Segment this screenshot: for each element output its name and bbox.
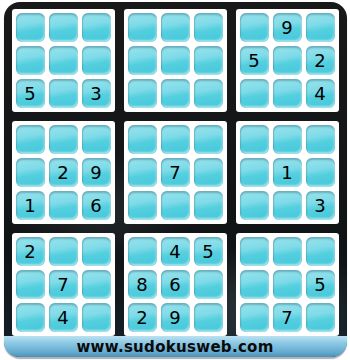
sudoku-cell-r2c6[interactable] — [194, 46, 223, 75]
sudoku-cell-r8c7[interactable] — [240, 270, 269, 299]
footer-banner: www.sudokusweb.com — [4, 336, 347, 357]
sudoku-cell-r1c2[interactable] — [49, 13, 78, 42]
sudoku-cell-r7c6[interactable]: 5 — [194, 237, 223, 266]
sudoku-cell-r4c2[interactable] — [49, 125, 78, 154]
sudoku-cell-r9c3[interactable] — [82, 303, 111, 332]
sudoku-cell-r3c7[interactable] — [240, 79, 269, 108]
sudoku-cell-r5c1[interactable] — [16, 158, 45, 187]
sudoku-cell-r6c9[interactable]: 3 — [306, 191, 335, 220]
sudoku-cell-r3c1[interactable]: 5 — [16, 79, 45, 108]
sudoku-cell-r7c3[interactable] — [82, 237, 111, 266]
sudoku-cell-r8c2[interactable]: 7 — [49, 270, 78, 299]
sudoku-grid: 539524291671327445862957 — [12, 9, 339, 336]
sudoku-cell-r2c3[interactable] — [82, 46, 111, 75]
sudoku-board-frame: 539524291671327445862957 www.sudokusweb.… — [4, 2, 347, 357]
sudoku-cell-r8c3[interactable] — [82, 270, 111, 299]
sudoku-cell-r2c2[interactable] — [49, 46, 78, 75]
sudoku-cell-r8c4[interactable]: 8 — [128, 270, 157, 299]
sudoku-box-4: 2916 — [12, 121, 115, 224]
sudoku-cell-r5c9[interactable] — [306, 158, 335, 187]
sudoku-cell-r6c6[interactable] — [194, 191, 223, 220]
sudoku-cell-r9c4[interactable]: 2 — [128, 303, 157, 332]
sudoku-cell-r1c6[interactable] — [194, 13, 223, 42]
sudoku-cell-r2c5[interactable] — [161, 46, 190, 75]
sudoku-cell-r9c5[interactable]: 9 — [161, 303, 190, 332]
sudoku-cell-r4c4[interactable] — [128, 125, 157, 154]
sudoku-cell-r1c4[interactable] — [128, 13, 157, 42]
sudoku-cell-r8c8[interactable] — [273, 270, 302, 299]
sudoku-box-1: 53 — [12, 9, 115, 112]
sudoku-cell-r6c2[interactable] — [49, 191, 78, 220]
sudoku-cell-r1c5[interactable] — [161, 13, 190, 42]
sudoku-cell-r8c9[interactable]: 5 — [306, 270, 335, 299]
sudoku-cell-r7c2[interactable] — [49, 237, 78, 266]
sudoku-cell-r4c1[interactable] — [16, 125, 45, 154]
sudoku-cell-r4c8[interactable] — [273, 125, 302, 154]
sudoku-box-7: 274 — [12, 233, 115, 336]
sudoku-box-2 — [124, 9, 227, 112]
sudoku-box-3: 9524 — [236, 9, 339, 112]
sudoku-cell-r4c6[interactable] — [194, 125, 223, 154]
sudoku-cell-r5c3[interactable]: 9 — [82, 158, 111, 187]
sudoku-cell-r6c5[interactable] — [161, 191, 190, 220]
sudoku-cell-r2c7[interactable]: 5 — [240, 46, 269, 75]
sudoku-cell-r9c1[interactable] — [16, 303, 45, 332]
sudoku-cell-r3c4[interactable] — [128, 79, 157, 108]
sudoku-cell-r6c1[interactable]: 1 — [16, 191, 45, 220]
sudoku-cell-r5c7[interactable] — [240, 158, 269, 187]
sudoku-box-8: 458629 — [124, 233, 227, 336]
sudoku-cell-r7c9[interactable] — [306, 237, 335, 266]
sudoku-cell-r8c1[interactable] — [16, 270, 45, 299]
sudoku-cell-r9c9[interactable] — [306, 303, 335, 332]
sudoku-cell-r7c4[interactable] — [128, 237, 157, 266]
sudoku-cell-r9c8[interactable]: 7 — [273, 303, 302, 332]
sudoku-cell-r8c6[interactable] — [194, 270, 223, 299]
sudoku-cell-r6c8[interactable] — [273, 191, 302, 220]
sudoku-cell-r3c8[interactable] — [273, 79, 302, 108]
sudoku-cell-r6c7[interactable] — [240, 191, 269, 220]
sudoku-cell-r3c2[interactable] — [49, 79, 78, 108]
sudoku-cell-r1c3[interactable] — [82, 13, 111, 42]
sudoku-cell-r8c5[interactable]: 6 — [161, 270, 190, 299]
sudoku-cell-r2c9[interactable]: 2 — [306, 46, 335, 75]
sudoku-cell-r9c6[interactable] — [194, 303, 223, 332]
sudoku-cell-r3c9[interactable]: 4 — [306, 79, 335, 108]
sudoku-cell-r3c5[interactable] — [161, 79, 190, 108]
sudoku-cell-r1c1[interactable] — [16, 13, 45, 42]
sudoku-cell-r2c8[interactable] — [273, 46, 302, 75]
sudoku-cell-r2c4[interactable] — [128, 46, 157, 75]
sudoku-cell-r5c2[interactable]: 2 — [49, 158, 78, 187]
sudoku-cell-r6c3[interactable]: 6 — [82, 191, 111, 220]
sudoku-cell-r5c6[interactable] — [194, 158, 223, 187]
sudoku-cell-r5c5[interactable]: 7 — [161, 158, 190, 187]
sudoku-cell-r2c1[interactable] — [16, 46, 45, 75]
sudoku-cell-r1c9[interactable] — [306, 13, 335, 42]
sudoku-cell-r5c4[interactable] — [128, 158, 157, 187]
sudoku-cell-r7c7[interactable] — [240, 237, 269, 266]
sudoku-cell-r6c4[interactable] — [128, 191, 157, 220]
sudoku-cell-r4c7[interactable] — [240, 125, 269, 154]
sudoku-cell-r4c3[interactable] — [82, 125, 111, 154]
sudoku-cell-r3c3[interactable]: 3 — [82, 79, 111, 108]
sudoku-cell-r4c9[interactable] — [306, 125, 335, 154]
sudoku-cell-r3c6[interactable] — [194, 79, 223, 108]
site-url[interactable]: www.sudokusweb.com — [76, 338, 273, 356]
sudoku-cell-r7c5[interactable]: 4 — [161, 237, 190, 266]
sudoku-cell-r9c7[interactable] — [240, 303, 269, 332]
sudoku-cell-r5c8[interactable]: 1 — [273, 158, 302, 187]
sudoku-cell-r7c1[interactable]: 2 — [16, 237, 45, 266]
sudoku-cell-r4c5[interactable] — [161, 125, 190, 154]
sudoku-box-9: 57 — [236, 233, 339, 336]
sudoku-cell-r9c2[interactable]: 4 — [49, 303, 78, 332]
sudoku-box-6: 13 — [236, 121, 339, 224]
sudoku-cell-r7c8[interactable] — [273, 237, 302, 266]
sudoku-cell-r1c7[interactable] — [240, 13, 269, 42]
sudoku-cell-r1c8[interactable]: 9 — [273, 13, 302, 42]
sudoku-box-5: 7 — [124, 121, 227, 224]
